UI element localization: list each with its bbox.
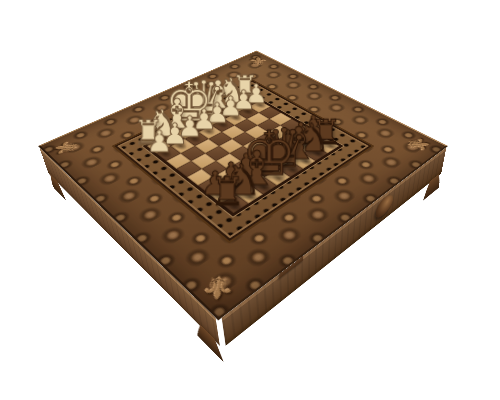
photo-background: ⚜ ⚜ ⚜ ⚜ ♜♟♟♜♞♟♟♞♝♟♟♝♛♟♟♛♚♟♟♚♝♟♟♝♞♟♟♞♜♟♟♜ [0,0,500,400]
fleur-de-lis-icon: ⚜ [193,272,243,303]
fleur-de-lis-icon: ⚜ [45,138,86,159]
black-rook[interactable]: ♜ [193,171,262,210]
fleur-de-lis-icon: ⚜ [243,56,272,67]
table-foot [47,171,66,201]
carved-chess-box: ⚜ ⚜ ⚜ ⚜ ♜♟♟♜♞♟♟♞♝♟♟♝♛♟♟♛♚♟♟♚♝♟♟♝♞♟♟♞♜♟♟♜ [38,51,448,321]
table-foot [194,318,224,362]
table-foot [423,171,443,201]
fleur-de-lis-icon: ⚜ [401,134,435,154]
white-pawn[interactable]: ♟ [129,127,190,157]
